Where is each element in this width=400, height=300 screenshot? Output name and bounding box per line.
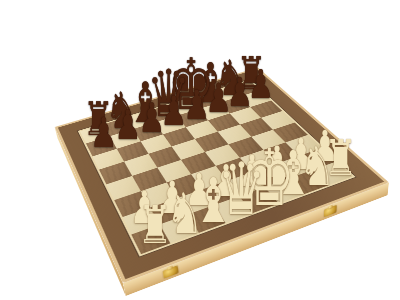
square-d1 xyxy=(213,196,252,223)
square-h1 xyxy=(313,162,352,186)
square-b2 xyxy=(150,198,187,225)
square-h2 xyxy=(299,148,337,170)
square-b4 xyxy=(132,168,166,191)
brass-latch-left xyxy=(162,265,178,278)
square-d2 xyxy=(202,180,239,205)
square-c1 xyxy=(187,205,226,233)
product-photo-scene: ♜♞♝♛♚♝♞♜♟♟♟♟♟♟♟♟♟♟♟♟♟♟♟♟♜♞♝♛♚♝♞♜ xyxy=(0,0,400,300)
square-g1 xyxy=(289,170,328,194)
square-a5 xyxy=(99,162,132,185)
square-d3 xyxy=(191,166,227,189)
square-f1 xyxy=(265,178,304,203)
square-f3 xyxy=(240,150,276,172)
square-d4 xyxy=(181,152,215,174)
square-a1 xyxy=(131,225,170,254)
square-e1 xyxy=(239,187,278,213)
board-grid xyxy=(78,79,356,256)
square-a3 xyxy=(114,191,150,217)
square-c4 xyxy=(157,160,191,183)
square-a2 xyxy=(122,207,159,234)
square-e3 xyxy=(216,158,252,181)
square-c3 xyxy=(166,174,202,198)
square-g3 xyxy=(263,142,299,163)
square-b1 xyxy=(160,215,199,243)
square-g2 xyxy=(276,156,314,179)
square-c2 xyxy=(176,189,213,215)
square-b3 xyxy=(140,182,176,207)
square-a4 xyxy=(106,176,140,200)
square-e2 xyxy=(227,172,264,196)
chess-board xyxy=(55,67,389,283)
brass-latch-right xyxy=(324,205,337,218)
square-f2 xyxy=(252,164,290,188)
